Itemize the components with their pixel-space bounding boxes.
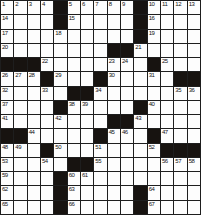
cell-r14c12[interactable]: 64 xyxy=(148,186,160,199)
cell-r11c7[interactable] xyxy=(81,144,93,157)
cell-r13c4[interactable] xyxy=(41,172,53,185)
clue-number-63: 63 xyxy=(69,186,75,193)
black-square-r8c11 xyxy=(134,101,146,114)
cell-r3c1[interactable]: 17 xyxy=(1,30,13,43)
cell-r4c14[interactable] xyxy=(174,44,186,57)
cell-r2c15[interactable] xyxy=(188,15,200,28)
cell-r4c6[interactable] xyxy=(68,44,80,57)
cell-r1c13[interactable]: 11 xyxy=(161,1,173,14)
cell-r11c5[interactable]: 50 xyxy=(54,144,66,157)
cell-r8c9[interactable] xyxy=(108,101,120,114)
black-square-r10c2 xyxy=(14,129,26,142)
black-square-r5c3 xyxy=(28,58,40,71)
clue-number-10: 10 xyxy=(149,1,155,8)
clue-number-8: 8 xyxy=(109,1,112,8)
clue-number-67: 67 xyxy=(149,201,155,208)
cell-r1c2[interactable]: 2 xyxy=(14,1,26,14)
clue-number-53: 53 xyxy=(2,158,8,165)
clue-number-40: 40 xyxy=(149,101,155,108)
cell-r8c1[interactable]: 37 xyxy=(1,101,13,114)
cell-r13c1[interactable]: 59 xyxy=(1,172,13,185)
cell-r6c9[interactable]: 30 xyxy=(108,72,120,85)
clue-number-51: 51 xyxy=(95,144,101,151)
cell-r10c9[interactable]: 45 xyxy=(108,129,120,142)
cell-r15c10[interactable] xyxy=(121,201,133,214)
cell-r7c10[interactable] xyxy=(121,87,133,100)
cell-r3c14[interactable] xyxy=(174,30,186,43)
cell-r6c2[interactable]: 27 xyxy=(14,72,26,85)
cell-r14c1[interactable]: 62 xyxy=(1,186,13,199)
black-square-r15c11 xyxy=(134,201,146,214)
black-square-r10c8 xyxy=(94,129,106,142)
clue-number-48: 48 xyxy=(2,144,8,151)
clue-number-11: 11 xyxy=(162,1,167,8)
cell-r7c11[interactable] xyxy=(134,87,146,100)
cell-r14c10[interactable] xyxy=(121,186,133,199)
clue-number-9: 9 xyxy=(122,1,125,8)
cell-r2c14[interactable] xyxy=(174,15,186,28)
cell-r8c3[interactable] xyxy=(28,101,40,114)
cell-r14c9[interactable] xyxy=(108,186,120,199)
cell-r3c13[interactable] xyxy=(161,30,173,43)
cell-r3c4[interactable] xyxy=(41,30,53,43)
black-square-r2c5 xyxy=(54,15,66,28)
clue-number-39: 39 xyxy=(82,101,88,108)
cell-r10c4[interactable] xyxy=(41,129,53,142)
cell-r7c14[interactable]: 35 xyxy=(174,87,186,100)
clue-number-54: 54 xyxy=(42,158,48,165)
cell-r15c14[interactable] xyxy=(174,201,186,214)
cell-r7c13[interactable] xyxy=(161,87,173,100)
cell-r13c11[interactable] xyxy=(134,172,146,185)
cell-r12c8[interactable]: 55 xyxy=(94,158,106,171)
clue-number-1: 1 xyxy=(2,1,5,8)
cell-r8c12[interactable]: 40 xyxy=(148,101,160,114)
clue-number-58: 58 xyxy=(189,158,195,165)
cell-r12c1[interactable]: 53 xyxy=(1,158,13,171)
cell-r13c12[interactable] xyxy=(148,172,160,185)
clue-number-42: 42 xyxy=(55,115,61,122)
black-square-r9c9 xyxy=(108,115,120,128)
cell-r4c13[interactable] xyxy=(161,44,173,57)
black-square-r9c10 xyxy=(121,115,133,128)
cell-r15c9[interactable] xyxy=(108,201,120,214)
clue-number-24: 24 xyxy=(122,58,128,65)
cell-r13c13[interactable] xyxy=(161,172,173,185)
cell-r6c6[interactable] xyxy=(68,72,80,85)
black-square-r7c6 xyxy=(68,87,80,100)
cell-r8c6[interactable]: 38 xyxy=(68,101,80,114)
clue-number-59: 59 xyxy=(2,172,8,179)
black-square-r7c7 xyxy=(81,87,93,100)
cell-r13c7[interactable]: 61 xyxy=(81,172,93,185)
black-square-r1c5 xyxy=(54,1,66,14)
clue-number-37: 37 xyxy=(2,101,8,108)
cell-r6c13[interactable] xyxy=(161,72,173,85)
cell-r3c15[interactable] xyxy=(188,30,200,43)
cell-r5c9[interactable]: 23 xyxy=(108,58,120,71)
cell-r1c14[interactable]: 12 xyxy=(174,1,186,14)
cell-r2c8[interactable] xyxy=(94,15,106,28)
clue-number-66: 66 xyxy=(69,201,75,208)
black-square-r12c6 xyxy=(68,158,80,171)
black-square-r14c11 xyxy=(134,186,146,199)
cell-r13c15[interactable] xyxy=(188,172,200,185)
cell-r6c10[interactable] xyxy=(121,72,133,85)
cell-r9c1[interactable]: 41 xyxy=(1,115,13,128)
cell-r7c3[interactable] xyxy=(28,87,40,100)
black-square-r10c12 xyxy=(148,129,160,142)
cell-r9c6[interactable] xyxy=(68,115,80,128)
cell-r10c15[interactable] xyxy=(188,129,200,142)
clue-number-6: 6 xyxy=(82,1,85,8)
cell-r6c12[interactable]: 31 xyxy=(148,72,160,85)
cell-r14c2[interactable] xyxy=(14,186,26,199)
clue-number-21: 21 xyxy=(135,44,141,51)
cell-r12c2[interactable] xyxy=(14,158,26,171)
cell-r4c1[interactable]: 20 xyxy=(1,44,13,57)
cell-r2c13[interactable] xyxy=(161,15,173,28)
cell-r13c8[interactable] xyxy=(94,172,106,185)
cell-r6c5[interactable]: 29 xyxy=(54,72,66,85)
black-square-r14c5 xyxy=(54,186,66,199)
black-square-r11c14 xyxy=(174,144,186,157)
cell-r15c12[interactable]: 67 xyxy=(148,201,160,214)
clue-number-29: 29 xyxy=(55,72,61,79)
cell-r14c6[interactable]: 63 xyxy=(68,186,80,199)
cell-r15c7[interactable] xyxy=(81,201,93,214)
cell-r4c8[interactable] xyxy=(94,44,106,57)
cell-r5c15[interactable] xyxy=(188,58,200,71)
clue-number-47: 47 xyxy=(162,129,168,136)
cell-r10c3[interactable]: 44 xyxy=(28,129,40,142)
cell-r11c9[interactable] xyxy=(108,144,120,157)
cell-r5c8[interactable] xyxy=(94,58,106,71)
cell-r12c10[interactable] xyxy=(121,158,133,171)
clue-number-35: 35 xyxy=(175,87,181,94)
cell-r3c2[interactable] xyxy=(14,30,26,43)
cell-r15c13[interactable] xyxy=(161,201,173,214)
clue-number-20: 20 xyxy=(2,44,8,51)
clue-number-60: 60 xyxy=(69,172,75,179)
cell-r8c2[interactable] xyxy=(14,101,26,114)
cell-r1c8[interactable]: 7 xyxy=(94,1,106,14)
cell-r11c2[interactable]: 49 xyxy=(14,144,26,157)
black-square-r10c1 xyxy=(1,129,13,142)
cell-r14c14[interactable] xyxy=(174,186,186,199)
cell-r10c11[interactable] xyxy=(134,129,146,142)
clue-number-62: 62 xyxy=(2,186,8,193)
cell-r2c12[interactable]: 16 xyxy=(148,15,160,28)
clue-number-19: 19 xyxy=(149,30,155,37)
clue-number-26: 26 xyxy=(2,72,8,79)
cell-r6c3[interactable]: 28 xyxy=(28,72,40,85)
cell-r7c8[interactable]: 34 xyxy=(94,87,106,100)
cell-r9c12[interactable] xyxy=(148,115,160,128)
cell-r13c3[interactable] xyxy=(28,172,40,185)
cell-r2c6[interactable]: 15 xyxy=(68,15,80,28)
cell-r12c12[interactable] xyxy=(148,158,160,171)
cell-r12c15[interactable]: 58 xyxy=(188,158,200,171)
clue-number-27: 27 xyxy=(15,72,21,79)
cell-r1c12[interactable]: 10 xyxy=(148,1,160,14)
cell-r9c15[interactable] xyxy=(188,115,200,128)
cell-r4c15[interactable] xyxy=(188,44,200,57)
cell-r2c4[interactable] xyxy=(41,15,53,28)
cell-r7c2[interactable] xyxy=(14,87,26,100)
black-square-r11c15 xyxy=(188,144,200,157)
cell-r2c10[interactable] xyxy=(121,15,133,28)
clue-number-14: 14 xyxy=(2,15,8,22)
clue-number-61: 61 xyxy=(82,172,88,179)
cell-r15c4[interactable] xyxy=(41,201,53,214)
cell-r14c15[interactable] xyxy=(188,186,200,199)
cell-r9c2[interactable] xyxy=(14,115,26,128)
cell-r4c2[interactable] xyxy=(14,44,26,57)
clue-number-3: 3 xyxy=(29,1,32,8)
cell-r2c7[interactable] xyxy=(81,15,93,28)
cell-r8c15[interactable] xyxy=(188,101,200,114)
black-square-r6c4 xyxy=(41,72,53,85)
cell-r1c6[interactable]: 5 xyxy=(68,1,80,14)
cell-r6c1[interactable]: 26 xyxy=(1,72,13,85)
cell-r11c11[interactable] xyxy=(134,144,146,157)
cell-r5c5[interactable] xyxy=(54,58,66,71)
cell-r14c7[interactable] xyxy=(81,186,93,199)
clue-number-55: 55 xyxy=(95,158,101,165)
clue-number-57: 57 xyxy=(175,158,181,165)
cell-r8c8[interactable] xyxy=(94,101,106,114)
cell-r1c15[interactable]: 13 xyxy=(188,1,200,14)
cell-r14c13[interactable] xyxy=(161,186,173,199)
clue-number-13: 13 xyxy=(189,1,195,8)
cell-r15c15[interactable] xyxy=(188,201,200,214)
cell-r9c13[interactable] xyxy=(161,115,173,128)
black-square-r12c7 xyxy=(81,158,93,171)
cell-r11c6[interactable] xyxy=(68,144,80,157)
cell-r12c13[interactable]: 56 xyxy=(161,158,173,171)
cell-r1c3[interactable]: 3 xyxy=(28,1,40,14)
cell-r8c10[interactable] xyxy=(121,101,133,114)
cell-r5c10[interactable]: 24 xyxy=(121,58,133,71)
cell-r12c5[interactable] xyxy=(54,158,66,171)
black-square-r6c15 xyxy=(188,72,200,85)
cell-r1c4[interactable]: 4 xyxy=(41,1,53,14)
cell-r3c5[interactable]: 18 xyxy=(54,30,66,43)
cell-r15c6[interactable]: 66 xyxy=(68,201,80,214)
black-square-r4c9 xyxy=(108,44,120,57)
cell-r4c11[interactable]: 21 xyxy=(134,44,146,57)
cell-r7c4[interactable]: 33 xyxy=(41,87,53,100)
black-square-r5c2 xyxy=(14,58,26,71)
cell-r3c12[interactable]: 19 xyxy=(148,30,160,43)
cell-r12c14[interactable]: 57 xyxy=(174,158,186,171)
cell-r2c9[interactable] xyxy=(108,15,120,28)
cell-r15c2[interactable] xyxy=(14,201,26,214)
cell-r10c10[interactable]: 46 xyxy=(121,129,133,142)
clue-number-12: 12 xyxy=(175,1,181,8)
clue-number-43: 43 xyxy=(135,115,141,122)
clue-number-15: 15 xyxy=(69,15,75,22)
cell-r4c7[interactable] xyxy=(81,44,93,57)
cell-r10c13[interactable]: 47 xyxy=(161,129,173,142)
cell-r4c12[interactable] xyxy=(148,44,160,57)
clue-number-36: 36 xyxy=(189,87,195,94)
clue-number-25: 25 xyxy=(162,58,168,65)
cell-r11c8[interactable]: 51 xyxy=(94,144,106,157)
cell-r13c14[interactable] xyxy=(174,172,186,185)
cell-r3c3[interactable] xyxy=(28,30,40,43)
cell-r4c5[interactable] xyxy=(54,44,66,57)
cell-r5c13[interactable]: 25 xyxy=(161,58,173,71)
clue-number-31: 31 xyxy=(149,72,155,79)
cell-r11c10[interactable] xyxy=(121,144,133,157)
cell-r11c3[interactable] xyxy=(28,144,40,157)
black-square-r6c14 xyxy=(174,72,186,85)
cell-r15c1[interactable]: 65 xyxy=(1,201,13,214)
clue-number-7: 7 xyxy=(95,1,98,8)
black-square-r8c5 xyxy=(54,101,66,114)
cell-r13c2[interactable] xyxy=(14,172,26,185)
cell-r12c4[interactable]: 54 xyxy=(41,158,53,171)
cell-r5c11[interactable] xyxy=(134,58,146,71)
cell-r3c7[interactable] xyxy=(81,30,93,43)
cell-r8c14[interactable] xyxy=(174,101,186,114)
clue-number-34: 34 xyxy=(95,87,101,94)
clue-number-4: 4 xyxy=(42,1,45,8)
cell-r3c10[interactable] xyxy=(121,30,133,43)
clue-number-2: 2 xyxy=(15,1,18,8)
black-square-r11c4 xyxy=(41,144,53,157)
clue-number-5: 5 xyxy=(69,1,72,8)
cell-r7c9[interactable] xyxy=(108,87,120,100)
cell-r12c9[interactable] xyxy=(108,158,120,171)
cell-r10c14[interactable] xyxy=(174,129,186,142)
cell-r13c9[interactable] xyxy=(108,172,120,185)
clue-number-44: 44 xyxy=(29,129,35,136)
cell-r9c8[interactable] xyxy=(94,115,106,128)
cell-r9c14[interactable] xyxy=(174,115,186,128)
clue-number-28: 28 xyxy=(29,72,35,79)
clue-number-38: 38 xyxy=(69,101,75,108)
clue-number-17: 17 xyxy=(2,30,8,37)
cell-r11c12[interactable]: 52 xyxy=(148,144,160,157)
cell-r9c4[interactable] xyxy=(41,115,53,128)
crossword-grid: 1234567891011121314151617181920212223242… xyxy=(0,0,201,215)
cell-r4c3[interactable] xyxy=(28,44,40,57)
clue-number-16: 16 xyxy=(149,15,155,22)
black-square-r15c5 xyxy=(54,201,66,214)
cell-r2c3[interactable] xyxy=(28,15,40,28)
black-square-r13c5 xyxy=(54,172,66,185)
cell-r13c10[interactable] xyxy=(121,172,133,185)
cell-r10c5[interactable] xyxy=(54,129,66,142)
clue-number-30: 30 xyxy=(109,72,115,79)
clue-number-18: 18 xyxy=(55,30,61,37)
cell-r2c1[interactable]: 14 xyxy=(1,15,13,28)
black-square-r3c11 xyxy=(134,30,146,43)
cell-r15c3[interactable] xyxy=(28,201,40,214)
cell-r11c1[interactable]: 48 xyxy=(1,144,13,157)
black-square-r6c8 xyxy=(94,72,106,85)
cell-r10c6[interactable] xyxy=(68,129,80,142)
cell-r1c9[interactable]: 8 xyxy=(108,1,120,14)
cell-r1c7[interactable]: 6 xyxy=(81,1,93,14)
cell-r3c8[interactable] xyxy=(94,30,106,43)
cell-r7c5[interactable] xyxy=(54,87,66,100)
clue-number-52: 52 xyxy=(149,144,155,151)
black-square-r11c13 xyxy=(161,144,173,157)
black-square-r5c12 xyxy=(148,58,160,71)
cell-r8c7[interactable]: 39 xyxy=(81,101,93,114)
cell-r1c10[interactable]: 9 xyxy=(121,1,133,14)
cell-r7c12[interactable] xyxy=(148,87,160,100)
cell-r5c4[interactable]: 22 xyxy=(41,58,53,71)
cell-r1c1[interactable]: 1 xyxy=(1,1,13,14)
cell-r6c11[interactable] xyxy=(134,72,146,85)
cell-r14c4[interactable] xyxy=(41,186,53,199)
cell-r3c9[interactable] xyxy=(108,30,120,43)
cell-r8c4[interactable] xyxy=(41,101,53,114)
black-square-r1c11 xyxy=(134,1,146,14)
cell-r9c7[interactable] xyxy=(81,115,93,128)
black-square-r2c11 xyxy=(134,15,146,28)
clue-number-23: 23 xyxy=(109,58,115,65)
clue-number-22: 22 xyxy=(42,58,48,65)
clue-number-41: 41 xyxy=(2,115,8,122)
clue-number-32: 32 xyxy=(2,87,8,94)
clue-number-56: 56 xyxy=(162,158,168,165)
cell-r3c6[interactable] xyxy=(68,30,80,43)
cell-r12c11[interactable] xyxy=(134,158,146,171)
cell-r8c13[interactable] xyxy=(161,101,173,114)
cell-r5c7[interactable] xyxy=(81,58,93,71)
black-square-r4c10 xyxy=(121,44,133,57)
cell-r7c1[interactable]: 32 xyxy=(1,87,13,100)
cell-r15c8[interactable] xyxy=(94,201,106,214)
clue-number-64: 64 xyxy=(149,186,155,193)
cell-r5c14[interactable] xyxy=(174,58,186,71)
cell-r5c6[interactable] xyxy=(68,58,80,71)
cell-r10c7[interactable] xyxy=(81,129,93,142)
clue-number-46: 46 xyxy=(122,129,128,136)
cell-r2c2[interactable] xyxy=(14,15,26,28)
cell-r14c8[interactable] xyxy=(94,186,106,199)
clue-number-49: 49 xyxy=(15,144,21,151)
cell-r7c15[interactable]: 36 xyxy=(188,87,200,100)
black-square-r5c1 xyxy=(1,58,13,71)
clue-number-45: 45 xyxy=(109,129,115,136)
cell-r12c3[interactable] xyxy=(28,158,40,171)
clue-number-33: 33 xyxy=(42,87,48,94)
cell-r9c5[interactable]: 42 xyxy=(54,115,66,128)
cell-r6c7[interactable] xyxy=(81,72,93,85)
cell-r4c4[interactable] xyxy=(41,44,53,57)
cell-r13c6[interactable]: 60 xyxy=(68,172,80,185)
cell-r9c3[interactable] xyxy=(28,115,40,128)
clue-number-50: 50 xyxy=(55,144,61,151)
clue-number-65: 65 xyxy=(2,201,8,208)
cell-r9c11[interactable]: 43 xyxy=(134,115,146,128)
cell-r14c3[interactable] xyxy=(28,186,40,199)
